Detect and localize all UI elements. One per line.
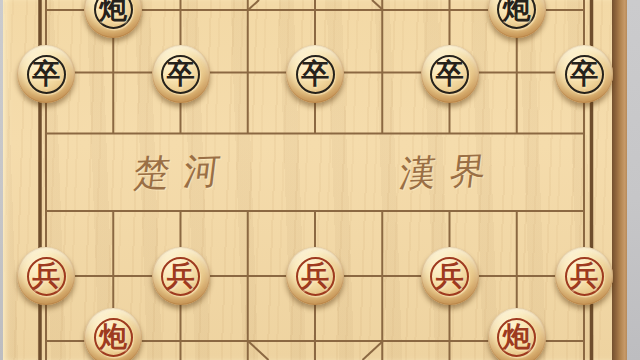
piece-red-soldier[interactable]: 兵 [286, 247, 344, 305]
piece-red-soldier[interactable]: 兵 [17, 247, 75, 305]
piece-glyph: 兵 [555, 247, 613, 305]
piece-black-soldier[interactable]: 卒 [152, 45, 210, 103]
xiangqi-game-screen: 楚河 漢界 炮炮卒卒卒卒卒兵兵兵兵兵炮炮 [0, 0, 640, 360]
piece-red-cannon[interactable]: 炮 [488, 308, 546, 360]
river-label-han-jie: 漢界 [398, 152, 502, 192]
piece-glyph: 卒 [17, 45, 75, 103]
piece-glyph: 卒 [555, 45, 613, 103]
piece-glyph: 兵 [286, 247, 344, 305]
piece-glyph: 炮 [488, 0, 546, 38]
piece-black-soldier[interactable]: 卒 [17, 45, 75, 103]
piece-black-soldier[interactable]: 卒 [286, 45, 344, 103]
piece-black-cannon[interactable]: 炮 [84, 0, 142, 38]
piece-red-soldier[interactable]: 兵 [152, 247, 210, 305]
piece-glyph: 兵 [17, 247, 75, 305]
piece-glyph: 炮 [488, 308, 546, 360]
river-label-chu-he: 楚河 [132, 152, 236, 192]
piece-black-soldier[interactable]: 卒 [421, 45, 479, 103]
piece-red-soldier[interactable]: 兵 [555, 247, 613, 305]
piece-black-soldier[interactable]: 卒 [555, 45, 613, 103]
piece-glyph: 炮 [84, 308, 142, 360]
piece-glyph: 炮 [84, 0, 142, 38]
piece-glyph: 卒 [421, 45, 479, 103]
piece-red-cannon[interactable]: 炮 [84, 308, 142, 360]
piece-glyph: 兵 [421, 247, 479, 305]
piece-red-soldier[interactable]: 兵 [421, 247, 479, 305]
piece-glyph: 兵 [152, 247, 210, 305]
piece-glyph: 卒 [286, 45, 344, 103]
piece-glyph: 卒 [152, 45, 210, 103]
piece-black-cannon[interactable]: 炮 [488, 0, 546, 38]
